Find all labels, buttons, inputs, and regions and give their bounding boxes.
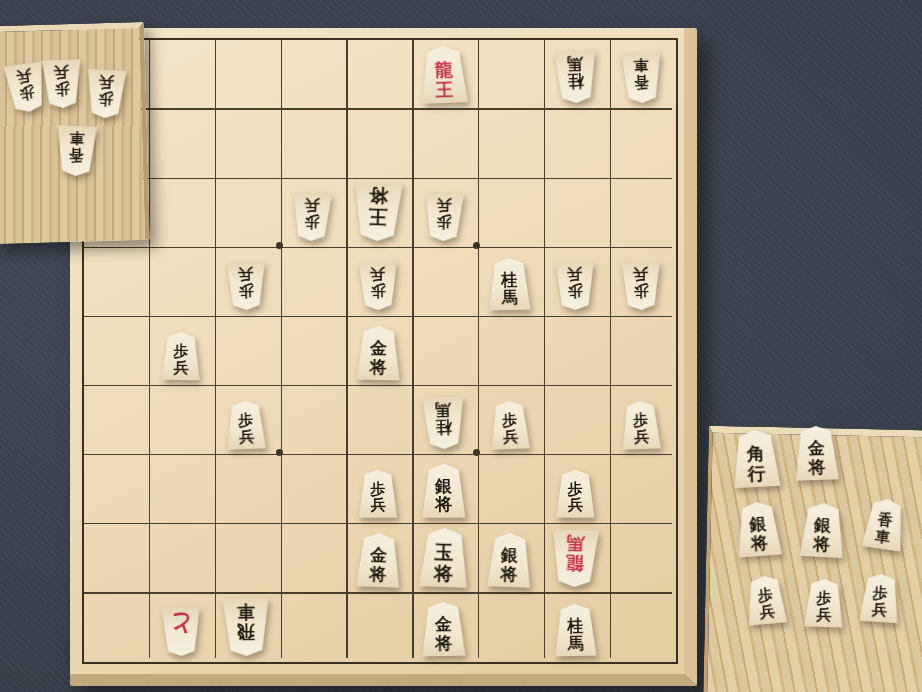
piece-kanji: 兵 (502, 429, 518, 445)
piece-kanji: 兵 (371, 498, 386, 513)
piece-kanji: 兵 (305, 197, 321, 213)
piece-kanji: 王 (435, 80, 454, 99)
piece-kanji: 将 (813, 535, 831, 553)
piece-gold-5e[interactable]: 金将 (355, 325, 401, 380)
piece-kanji: 馬 (567, 534, 586, 553)
board-cell-5a[interactable] (345, 38, 411, 107)
board-cell-8d[interactable] (148, 245, 214, 314)
piece-silver-in-hand[interactable]: 銀将 (799, 502, 847, 558)
board-cell-7h[interactable] (214, 522, 280, 591)
piece-kanji: 歩 (568, 482, 583, 497)
piece-kanji: 将 (500, 565, 518, 583)
piece-kanji: 歩 (502, 413, 518, 429)
piece-king-sente-4h[interactable]: 玉将 (418, 527, 470, 588)
piece-dragon-promoted-rook-4a[interactable]: 龍王 (419, 45, 469, 104)
piece-kanji: 馬 (435, 400, 452, 417)
piece-kanji: 角 (746, 445, 765, 464)
board-cell-9h[interactable] (82, 522, 148, 591)
board-cell-1c[interactable] (608, 176, 674, 245)
piece-kanji: 桂 (501, 273, 517, 290)
piece-silver-in-hand[interactable]: 銀将 (734, 500, 783, 557)
piece-kanji: 銀 (814, 517, 832, 535)
piece-horse-promoted-bishop-2h[interactable]: 龍馬 (550, 529, 600, 588)
piece-kanji: 兵 (759, 604, 775, 621)
piece-kanji: 車 (633, 57, 649, 73)
piece-pawn-6c[interactable]: 歩兵 (291, 193, 333, 242)
board-cell-7g[interactable] (214, 453, 280, 522)
piece-kanji: 歩 (304, 213, 320, 229)
board-cell-3i[interactable] (477, 591, 543, 660)
piece-lance-1a[interactable]: 香車 (620, 52, 663, 103)
board-cell-8a[interactable] (148, 38, 214, 107)
board-cell-9f[interactable] (82, 384, 148, 453)
piece-kanji: 将 (750, 534, 768, 552)
piece-pawn-2d[interactable]: 歩兵 (555, 262, 596, 311)
piece-kanji: 歩 (634, 283, 649, 299)
piece-kanji: 桂 (436, 418, 453, 435)
piece-kanji: 香 (633, 73, 649, 89)
board-cell-5f[interactable] (345, 384, 411, 453)
piece-kanji: 歩 (239, 283, 254, 299)
piece-kanji: 兵 (567, 266, 582, 282)
piece-kanji: 龍 (566, 553, 585, 572)
piece-pawn-in-hand[interactable]: 歩兵 (41, 59, 83, 108)
piece-kanji: 兵 (436, 197, 452, 213)
board-cell-6h[interactable] (279, 522, 345, 591)
piece-lance-in-hand[interactable]: 香車 (861, 496, 909, 551)
board-cell-4e[interactable] (411, 314, 477, 383)
piece-knight-2a[interactable]: 桂馬 (553, 50, 598, 103)
piece-kanji: 兵 (54, 64, 70, 80)
piece-pawn-in-hand[interactable]: 歩兵 (744, 574, 788, 625)
piece-pawn-in-hand[interactable]: 歩兵 (803, 578, 845, 627)
piece-kanji: 将 (435, 635, 452, 653)
board-cell-7a[interactable] (214, 38, 280, 107)
board-cell-5i[interactable] (345, 591, 411, 660)
board-cell-7c[interactable] (214, 176, 280, 245)
piece-kanji: 桂 (567, 72, 584, 89)
piece-kanji: 銀 (501, 547, 519, 565)
piece-kanji: 金 (808, 440, 826, 458)
piece-kanji: と (168, 612, 193, 637)
piece-kanji: 兵 (871, 602, 887, 618)
piece-kanji: 玉 (434, 543, 454, 563)
piece-rook-7i[interactable]: 飛車 (222, 599, 271, 657)
board-cell-6a[interactable] (279, 38, 345, 107)
board-cell-3b[interactable] (477, 107, 543, 176)
piece-kanji: 金 (369, 547, 387, 565)
board-cell-2f[interactable] (542, 384, 608, 453)
board-cell-7e[interactable] (214, 314, 280, 383)
piece-pawn-1d[interactable]: 歩兵 (621, 262, 662, 311)
piece-pawn-1f[interactable]: 歩兵 (620, 400, 662, 449)
piece-kanji: 馬 (502, 290, 518, 307)
board-cell-9d[interactable] (82, 245, 148, 314)
board-cell-3g[interactable] (477, 453, 543, 522)
board-cell-1g[interactable] (608, 453, 674, 522)
piece-kanji: 車 (237, 603, 255, 622)
piece-kanji: 飛 (237, 622, 255, 641)
piece-pawn-3f[interactable]: 歩兵 (489, 400, 531, 449)
piece-pawn-in-hand[interactable]: 歩兵 (85, 69, 127, 119)
piece-lance-in-hand[interactable]: 香車 (55, 125, 98, 176)
piece-pawn-5d[interactable]: 歩兵 (358, 262, 399, 311)
piece-kanji: 歩 (54, 80, 70, 96)
piece-kanji: 歩 (239, 413, 255, 429)
piece-kanji: 兵 (239, 266, 254, 282)
board-cell-1i[interactable] (608, 591, 674, 660)
piece-king-gote-5c[interactable]: 王将 (352, 181, 404, 242)
board-cell-3c[interactable] (477, 176, 543, 245)
piece-kanji: 兵 (634, 429, 650, 445)
piece-kanji: 行 (747, 464, 766, 483)
piece-knight-3d[interactable]: 桂馬 (488, 258, 532, 311)
board-cell-5b[interactable] (345, 107, 411, 176)
piece-kanji: 歩 (18, 83, 35, 100)
board-cell-2b[interactable] (542, 107, 608, 176)
board-cell-8b[interactable] (148, 107, 214, 176)
piece-kanji: 将 (369, 358, 386, 376)
board-cell-6i[interactable] (279, 591, 345, 660)
board-cell-6e[interactable] (279, 314, 345, 383)
piece-kanji: 兵 (173, 360, 188, 376)
piece-kanji: 銀 (749, 516, 767, 534)
board-cell-8g[interactable] (148, 453, 214, 522)
board-cell-6b[interactable] (279, 107, 345, 176)
board-cell-4b[interactable] (411, 107, 477, 176)
board-cell-6d[interactable] (279, 245, 345, 314)
piece-knight-4f[interactable]: 桂馬 (421, 396, 466, 449)
board-cell-9g[interactable] (82, 453, 148, 522)
piece-kanji: 車 (874, 529, 891, 546)
board-cell-3a[interactable] (477, 38, 543, 107)
piece-kanji: 兵 (99, 74, 115, 90)
piece-silver-4g[interactable]: 銀将 (421, 464, 466, 518)
piece-kanji: 歩 (173, 344, 188, 360)
piece-kanji: 兵 (239, 429, 255, 445)
piece-kanji: 王 (368, 206, 388, 226)
piece-kanji: 歩 (436, 213, 452, 229)
piece-kanji: 馬 (567, 55, 584, 72)
piece-kanji: 歩 (633, 413, 649, 429)
piece-kanji: 兵 (16, 67, 33, 84)
piece-pawn-4c[interactable]: 歩兵 (423, 193, 465, 242)
piece-knight-2i[interactable]: 桂馬 (553, 604, 597, 657)
piece-kanji: 馬 (567, 636, 583, 653)
piece-kanji: 龍 (434, 61, 453, 80)
board-cell-2e[interactable] (542, 314, 608, 383)
piece-kanji: 金 (435, 616, 452, 634)
piece-kanji: 将 (369, 565, 387, 583)
piece-pawn-8e[interactable]: 歩兵 (160, 331, 201, 380)
piece-kanji: 兵 (568, 498, 583, 513)
board-cell-6g[interactable] (279, 453, 345, 522)
board-cell-1h[interactable] (608, 522, 674, 591)
piece-kanji: 金 (369, 340, 386, 358)
board-cell-8f[interactable] (148, 384, 214, 453)
piece-kanji: 将 (433, 563, 453, 583)
board-cell-8c[interactable] (148, 176, 214, 245)
piece-silver-3h[interactable]: 銀将 (486, 532, 533, 588)
piece-kanji: 桂 (567, 618, 583, 635)
board-cell-4d[interactable] (411, 245, 477, 314)
board-cell-1b[interactable] (608, 107, 674, 176)
piece-gold-5h[interactable]: 金将 (355, 532, 402, 588)
board-cell-8h[interactable] (148, 522, 214, 591)
board-cell-7b[interactable] (214, 107, 280, 176)
board-cell-6f[interactable] (279, 384, 345, 453)
piece-kanji: 歩 (370, 283, 385, 299)
piece-kanji: 香 (69, 146, 85, 162)
piece-gold-in-hand[interactable]: 金将 (793, 425, 840, 481)
piece-pawn-7d[interactable]: 歩兵 (226, 262, 267, 311)
shogi-photo-scene: { "game": "shogi", "scene": "overhead ph… (0, 0, 922, 692)
piece-pawn-2g[interactable]: 歩兵 (555, 470, 595, 518)
piece-kanji: 歩 (371, 482, 386, 497)
board-cell-3e[interactable] (477, 314, 543, 383)
piece-kanji: 将 (369, 186, 389, 206)
piece-pawn-5g[interactable]: 歩兵 (358, 470, 398, 518)
board-cell-1e[interactable] (608, 314, 674, 383)
board-cell-2c[interactable] (542, 176, 608, 245)
piece-kanji: 将 (808, 458, 826, 476)
piece-kanji: 兵 (816, 607, 832, 623)
piece-kanji: 歩 (816, 591, 832, 607)
piece-kanji: 歩 (98, 90, 114, 106)
piece-pawn-7f[interactable]: 歩兵 (226, 400, 268, 449)
piece-tokin-promoted-pawn-8i[interactable]: と (160, 608, 201, 657)
piece-kanji: 兵 (370, 266, 385, 282)
piece-bishop-in-hand[interactable]: 角行 (731, 429, 782, 488)
board-cell-9e[interactable] (82, 314, 148, 383)
piece-kanji: 将 (435, 496, 452, 513)
piece-kanji: 兵 (633, 266, 648, 282)
board-cell-9i[interactable] (82, 591, 148, 660)
piece-pawn-in-hand[interactable]: 歩兵 (858, 573, 901, 624)
piece-kanji: 車 (69, 130, 85, 146)
piece-kanji: 歩 (568, 283, 583, 299)
piece-gold-4i[interactable]: 金将 (421, 602, 467, 657)
piece-kanji: 銀 (435, 478, 452, 495)
